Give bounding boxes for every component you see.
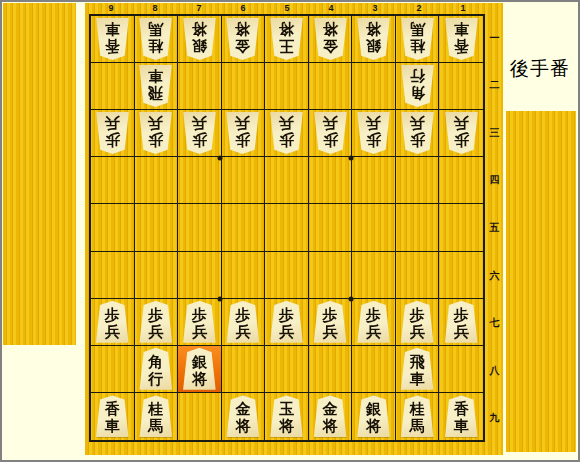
square-6-1[interactable]: 金将 — [222, 16, 266, 63]
square-7-7[interactable]: 歩兵 — [178, 299, 222, 346]
piece-kanji: 歩兵 — [366, 307, 381, 343]
square-1-3[interactable]: 歩兵 — [439, 110, 483, 157]
shogi-app-window: 987654321 香車桂馬銀将金将王将金将銀将桂馬香車飛車角行歩兵歩兵歩兵歩兵… — [0, 0, 580, 462]
piece-gote-silver[interactable]: 銀将 — [355, 18, 392, 60]
rank-label-9: 九 — [486, 395, 503, 443]
piece-gote-pawn[interactable]: 歩兵 — [355, 112, 392, 154]
square-7-1[interactable]: 銀将 — [178, 16, 222, 63]
piece-sente-silver[interactable]: 銀将 — [355, 395, 392, 437]
square-5-6[interactable] — [265, 252, 309, 299]
square-3-6[interactable] — [352, 252, 396, 299]
square-1-8[interactable] — [439, 346, 483, 393]
square-5-8[interactable] — [265, 346, 309, 393]
file-label-5: 5 — [265, 3, 309, 14]
piece-kanji: 歩兵 — [235, 307, 250, 343]
square-9-1[interactable]: 香車 — [91, 16, 135, 63]
piece-kanji: 歩兵 — [235, 112, 250, 148]
square-1-6[interactable] — [439, 252, 483, 299]
piece-kanji: 桂馬 — [410, 401, 425, 437]
piece-kanji: 飛車 — [148, 65, 163, 101]
rank-label-7: 七 — [486, 299, 503, 347]
piece-kanji: 歩兵 — [454, 112, 469, 148]
star-point — [218, 297, 223, 302]
piece-sente-silver[interactable]: 銀将 — [181, 348, 218, 390]
square-5-9[interactable]: 玉将 — [265, 393, 309, 440]
square-4-5[interactable] — [309, 204, 353, 251]
square-5-7[interactable]: 歩兵 — [265, 299, 309, 346]
piece-gote-knight[interactable]: 桂馬 — [137, 18, 174, 60]
piece-sente-pawn[interactable]: 歩兵 — [224, 301, 261, 343]
square-9-9[interactable]: 香車 — [91, 393, 135, 440]
piece-gote-pawn[interactable]: 歩兵 — [312, 112, 349, 154]
square-5-3[interactable]: 歩兵 — [265, 110, 309, 157]
square-4-4[interactable] — [309, 157, 353, 204]
square-4-2[interactable] — [309, 63, 353, 110]
square-9-6[interactable] — [91, 252, 135, 299]
piece-gote-pawn[interactable]: 歩兵 — [399, 112, 436, 154]
square-8-6[interactable] — [135, 252, 179, 299]
square-1-1[interactable]: 香車 — [439, 16, 483, 63]
shogi-board: 987654321 香車桂馬銀将金将王将金将銀将桂馬香車飛車角行歩兵歩兵歩兵歩兵… — [85, 3, 503, 455]
square-9-7[interactable]: 歩兵 — [91, 299, 135, 346]
piece-sente-pawn[interactable]: 歩兵 — [443, 301, 480, 343]
file-labels: 987654321 — [89, 3, 485, 14]
file-label-7: 7 — [177, 3, 221, 14]
piece-gote-rook[interactable]: 飛車 — [137, 65, 174, 107]
square-9-4[interactable] — [91, 157, 135, 204]
piece-kanji: 歩兵 — [148, 307, 163, 343]
square-2-2[interactable]: 角行 — [396, 63, 440, 110]
piece-sente-pawn[interactable]: 歩兵 — [94, 301, 131, 343]
square-4-1[interactable]: 金将 — [309, 16, 353, 63]
piece-gote-king[interactable]: 王将 — [268, 18, 305, 60]
piece-kanji: 歩兵 — [410, 307, 425, 343]
rank-label-5: 五 — [486, 204, 503, 252]
piece-kanji: 歩兵 — [105, 307, 120, 343]
square-1-7[interactable]: 歩兵 — [439, 299, 483, 346]
square-4-6[interactable] — [309, 252, 353, 299]
square-2-5[interactable] — [396, 204, 440, 251]
piece-sente-lance[interactable]: 香車 — [94, 395, 131, 437]
square-6-3[interactable]: 歩兵 — [222, 110, 266, 157]
square-6-2[interactable] — [222, 63, 266, 110]
piece-gote-pawn[interactable]: 歩兵 — [443, 112, 480, 154]
square-7-6[interactable] — [178, 252, 222, 299]
piece-kanji: 金将 — [323, 401, 338, 437]
file-label-4: 4 — [309, 3, 353, 14]
square-3-1[interactable]: 銀将 — [352, 16, 396, 63]
piece-gote-pawn[interactable]: 歩兵 — [94, 112, 131, 154]
star-point — [218, 156, 223, 161]
piece-gote-lance[interactable]: 香車 — [443, 18, 480, 60]
piece-kanji: 金将 — [235, 18, 250, 54]
piece-gote-knight[interactable]: 桂馬 — [399, 18, 436, 60]
square-2-8[interactable]: 飛車 — [396, 346, 440, 393]
gote-captured-pieces-tray[interactable] — [3, 3, 76, 345]
square-2-7[interactable]: 歩兵 — [396, 299, 440, 346]
piece-kanji: 桂馬 — [410, 18, 425, 54]
piece-kanji: 歩兵 — [279, 307, 294, 343]
square-9-5[interactable] — [91, 204, 135, 251]
piece-sente-pawn[interactable]: 歩兵 — [355, 301, 392, 343]
square-9-8[interactable] — [91, 346, 135, 393]
square-7-8[interactable]: 銀将 — [178, 346, 222, 393]
file-label-1: 1 — [441, 3, 485, 14]
piece-kanji: 歩兵 — [323, 307, 338, 343]
square-3-9[interactable]: 銀将 — [352, 393, 396, 440]
rank-label-1: 一 — [486, 14, 503, 62]
piece-kanji: 香車 — [454, 401, 469, 437]
square-2-9[interactable]: 桂馬 — [396, 393, 440, 440]
square-3-8[interactable] — [352, 346, 396, 393]
piece-kanji: 歩兵 — [192, 307, 207, 343]
piece-kanji: 銀将 — [366, 401, 381, 437]
square-8-5[interactable] — [135, 204, 179, 251]
piece-gote-pawn[interactable]: 歩兵 — [137, 112, 174, 154]
square-2-3[interactable]: 歩兵 — [396, 110, 440, 157]
square-7-5[interactable] — [178, 204, 222, 251]
square-1-4[interactable] — [439, 157, 483, 204]
rank-label-6: 六 — [486, 252, 503, 300]
square-5-5[interactable] — [265, 204, 309, 251]
square-3-2[interactable] — [352, 63, 396, 110]
square-8-1[interactable]: 桂馬 — [135, 16, 179, 63]
piece-sente-gold[interactable]: 金将 — [224, 395, 261, 437]
piece-kanji: 銀将 — [192, 354, 207, 390]
square-8-9[interactable]: 桂馬 — [135, 393, 179, 440]
piece-kanji: 香車 — [105, 401, 120, 437]
piece-sente-knight[interactable]: 桂馬 — [137, 395, 174, 437]
piece-kanji: 歩兵 — [105, 112, 120, 148]
star-point — [349, 156, 354, 161]
piece-sente-pawn[interactable]: 歩兵 — [268, 301, 305, 343]
piece-gote-pawn[interactable]: 歩兵 — [268, 112, 305, 154]
piece-sente-lance[interactable]: 香車 — [443, 395, 480, 437]
file-label-8: 8 — [133, 3, 177, 14]
square-3-4[interactable] — [352, 157, 396, 204]
piece-kanji: 玉将 — [279, 401, 294, 437]
rank-label-3: 三 — [486, 109, 503, 157]
square-6-9[interactable]: 金将 — [222, 393, 266, 440]
piece-kanji: 角行 — [410, 65, 425, 101]
piece-kanji: 飛車 — [410, 354, 425, 390]
square-4-8[interactable] — [309, 346, 353, 393]
file-label-6: 6 — [221, 3, 265, 14]
piece-gote-pawn[interactable]: 歩兵 — [181, 112, 218, 154]
square-7-4[interactable] — [178, 157, 222, 204]
square-8-2[interactable]: 飛車 — [135, 63, 179, 110]
piece-kanji: 桂馬 — [148, 18, 163, 54]
piece-gote-gold[interactable]: 金将 — [224, 18, 261, 60]
piece-sente-gold[interactable]: 金将 — [312, 395, 349, 437]
square-2-1[interactable]: 桂馬 — [396, 16, 440, 63]
piece-sente-rook[interactable]: 飛車 — [399, 348, 436, 390]
square-8-8[interactable]: 角行 — [135, 346, 179, 393]
file-label-2: 2 — [397, 3, 441, 14]
piece-gote-pawn[interactable]: 歩兵 — [224, 112, 261, 154]
board-grid: 香車桂馬銀将金将王将金将銀将桂馬香車飛車角行歩兵歩兵歩兵歩兵歩兵歩兵歩兵歩兵歩兵… — [89, 14, 485, 442]
piece-kanji: 歩兵 — [454, 307, 469, 343]
square-6-4[interactable] — [222, 157, 266, 204]
square-8-7[interactable]: 歩兵 — [135, 299, 179, 346]
piece-kanji: 歩兵 — [366, 112, 381, 148]
square-6-6[interactable] — [222, 252, 266, 299]
square-9-3[interactable]: 歩兵 — [91, 110, 135, 157]
piece-sente-king[interactable]: 玉将 — [268, 395, 305, 437]
square-7-2[interactable] — [178, 63, 222, 110]
file-label-3: 3 — [353, 3, 397, 14]
piece-sente-knight[interactable]: 桂馬 — [399, 395, 436, 437]
piece-kanji: 歩兵 — [279, 112, 294, 148]
star-point — [349, 297, 354, 302]
rank-label-4: 四 — [486, 157, 503, 205]
piece-sente-bishop[interactable]: 角行 — [137, 348, 174, 390]
square-2-4[interactable] — [396, 157, 440, 204]
square-6-7[interactable]: 歩兵 — [222, 299, 266, 346]
turn-indicator: 後手番 — [501, 56, 579, 82]
square-3-7[interactable]: 歩兵 — [352, 299, 396, 346]
piece-kanji: 香車 — [105, 18, 120, 54]
square-6-8[interactable] — [222, 346, 266, 393]
piece-kanji: 金将 — [323, 18, 338, 54]
piece-gote-bishop[interactable]: 角行 — [399, 65, 436, 107]
square-4-9[interactable]: 金将 — [309, 393, 353, 440]
square-5-2[interactable] — [265, 63, 309, 110]
square-5-1[interactable]: 王将 — [265, 16, 309, 63]
square-1-5[interactable] — [439, 204, 483, 251]
square-8-3[interactable]: 歩兵 — [135, 110, 179, 157]
square-5-4[interactable] — [265, 157, 309, 204]
square-7-3[interactable]: 歩兵 — [178, 110, 222, 157]
piece-kanji: 銀将 — [192, 18, 207, 54]
square-1-2[interactable] — [439, 63, 483, 110]
piece-kanji: 歩兵 — [410, 112, 425, 148]
piece-sente-pawn[interactable]: 歩兵 — [399, 301, 436, 343]
piece-sente-pawn[interactable]: 歩兵 — [312, 301, 349, 343]
piece-kanji: 香車 — [454, 18, 469, 54]
square-4-3[interactable]: 歩兵 — [309, 110, 353, 157]
piece-kanji: 銀将 — [366, 18, 381, 54]
piece-kanji: 歩兵 — [148, 112, 163, 148]
piece-kanji: 王将 — [279, 18, 294, 54]
square-3-3[interactable]: 歩兵 — [352, 110, 396, 157]
square-6-5[interactable] — [222, 204, 266, 251]
square-2-6[interactable] — [396, 252, 440, 299]
piece-kanji: 歩兵 — [192, 112, 207, 148]
piece-gote-gold[interactable]: 金将 — [312, 18, 349, 60]
piece-sente-pawn[interactable]: 歩兵 — [181, 301, 218, 343]
square-4-7[interactable]: 歩兵 — [309, 299, 353, 346]
square-3-5[interactable] — [352, 204, 396, 251]
square-9-2[interactable] — [91, 63, 135, 110]
square-1-9[interactable]: 香車 — [439, 393, 483, 440]
sente-captured-pieces-tray[interactable] — [506, 111, 576, 452]
rank-label-8: 八 — [486, 347, 503, 395]
square-8-4[interactable] — [135, 157, 179, 204]
file-label-9: 9 — [89, 3, 133, 14]
piece-gote-silver[interactable]: 銀将 — [181, 18, 218, 60]
piece-kanji: 桂馬 — [148, 401, 163, 437]
piece-kanji: 金将 — [235, 401, 250, 437]
piece-kanji: 歩兵 — [323, 112, 338, 148]
piece-gote-lance[interactable]: 香車 — [94, 18, 131, 60]
piece-kanji: 角行 — [148, 354, 163, 390]
piece-sente-pawn[interactable]: 歩兵 — [137, 301, 174, 343]
square-7-9[interactable] — [178, 393, 222, 440]
